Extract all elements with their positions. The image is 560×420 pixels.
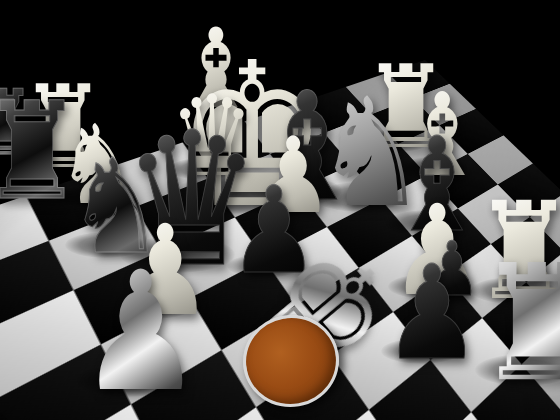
black-rook-chrome-right[interactable]: ♜	[477, 244, 560, 404]
pieces-layer: ♝♚♛♜♜♜♞♛♞♜♝♟♞♝♝♟♟♜♟♟♜♟♚♟	[0, 0, 560, 420]
black-pawn-chrome-left[interactable]: ♟	[79, 250, 203, 415]
scene: ♝♚♛♜♜♜♞♛♞♜♝♟♞♝♝♟♟♜♟♟♜♟♚♟	[0, 0, 560, 420]
